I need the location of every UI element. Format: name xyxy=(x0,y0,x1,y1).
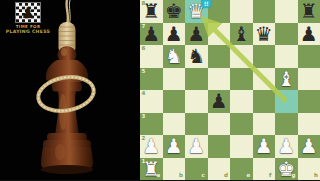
square-e4[interactable] xyxy=(230,90,253,113)
square-e7[interactable]: ♝ xyxy=(230,23,253,46)
square-h6[interactable] xyxy=(298,45,320,68)
piece-white-bishop-g5[interactable]: ♝ xyxy=(275,68,298,91)
wooden-king-illustration xyxy=(0,0,140,180)
piece-white-rook-a1[interactable]: ♜ xyxy=(140,158,163,181)
square-b1[interactable] xyxy=(163,158,186,181)
square-b3[interactable] xyxy=(163,113,186,136)
square-e2[interactable] xyxy=(230,135,253,158)
square-b8[interactable]: ♚ xyxy=(163,0,186,23)
square-b6[interactable]: ♞ xyxy=(163,45,186,68)
square-f7[interactable]: ♛ xyxy=(253,23,276,46)
square-e1[interactable] xyxy=(230,158,253,181)
square-a7[interactable]: ♟ xyxy=(140,23,163,46)
square-d6[interactable] xyxy=(208,45,231,68)
square-f4[interactable] xyxy=(253,90,276,113)
square-d4[interactable]: ♟ xyxy=(208,90,231,113)
square-a8[interactable]: ♜ xyxy=(140,0,163,23)
square-g2[interactable]: ♟ xyxy=(275,135,298,158)
square-c5[interactable] xyxy=(185,68,208,91)
square-d3[interactable] xyxy=(208,113,231,136)
piece-white-pawn-c2[interactable]: ♟ xyxy=(185,135,208,158)
piece-black-pawn-b7[interactable]: ♟ xyxy=(163,23,186,46)
piece-black-bishop-e7[interactable]: ♝ xyxy=(230,23,253,46)
square-h5[interactable] xyxy=(298,68,320,91)
piece-black-rook-h8[interactable]: ♜ xyxy=(298,0,320,23)
chess-board: ♜♚♛♜♟♟♟♝♛♟♞♞♝♟♟♟♟♟♟♟♜♚ !! 87654321abcdef… xyxy=(140,0,320,180)
piece-black-pawn-d4[interactable]: ♟ xyxy=(208,90,231,113)
square-a3[interactable] xyxy=(140,113,163,136)
square-h1[interactable] xyxy=(298,158,320,181)
piece-black-rook-a8[interactable]: ♜ xyxy=(140,0,163,23)
piece-white-pawn-b2[interactable]: ♟ xyxy=(163,135,186,158)
piece-white-king-g1[interactable]: ♚ xyxy=(275,158,298,181)
piece-white-pawn-a2[interactable]: ♟ xyxy=(140,135,163,158)
piece-black-pawn-h7[interactable]: ♟ xyxy=(298,23,320,46)
square-a1[interactable]: ♜ xyxy=(140,158,163,181)
square-g3[interactable] xyxy=(275,113,298,136)
square-h7[interactable]: ♟ xyxy=(298,23,320,46)
square-f1[interactable] xyxy=(253,158,276,181)
piece-black-pawn-c7[interactable]: ♟ xyxy=(185,23,208,46)
square-b2[interactable]: ♟ xyxy=(163,135,186,158)
square-f3[interactable] xyxy=(253,113,276,136)
square-g8[interactable] xyxy=(275,0,298,23)
square-d5[interactable] xyxy=(208,68,231,91)
square-b5[interactable] xyxy=(163,68,186,91)
square-g7[interactable] xyxy=(275,23,298,46)
square-f2[interactable]: ♟ xyxy=(253,135,276,158)
square-a2[interactable]: ♟ xyxy=(140,135,163,158)
square-e8[interactable] xyxy=(230,0,253,23)
square-f6[interactable] xyxy=(253,45,276,68)
square-a5[interactable] xyxy=(140,68,163,91)
square-d1[interactable] xyxy=(208,158,231,181)
brilliant-move-badge: !! xyxy=(201,0,211,8)
square-c1[interactable] xyxy=(185,158,208,181)
square-f8[interactable] xyxy=(253,0,276,23)
piece-black-queen-f7[interactable]: ♛ xyxy=(253,23,276,46)
square-d7[interactable] xyxy=(208,23,231,46)
square-h8[interactable]: ♜ xyxy=(298,0,320,23)
hangman-art-panel: ♟ TIME FOR PLAYING CHESS xyxy=(0,0,140,180)
piece-black-king-b8[interactable]: ♚ xyxy=(163,0,186,23)
square-e3[interactable] xyxy=(230,113,253,136)
square-b4[interactable] xyxy=(163,90,186,113)
piece-white-knight-b6[interactable]: ♞ xyxy=(163,45,186,68)
square-a4[interactable] xyxy=(140,90,163,113)
square-c7[interactable]: ♟ xyxy=(185,23,208,46)
piece-black-pawn-a7[interactable]: ♟ xyxy=(140,23,163,46)
square-g4[interactable] xyxy=(275,90,298,113)
square-h2[interactable]: ♟ xyxy=(298,135,320,158)
video-thumbnail: ♟ TIME FOR PLAYING CHESS xyxy=(0,0,320,180)
square-g1[interactable]: ♚ xyxy=(275,158,298,181)
piece-black-knight-c6[interactable]: ♞ xyxy=(185,45,208,68)
square-e6[interactable] xyxy=(230,45,253,68)
square-g5[interactable]: ♝ xyxy=(275,68,298,91)
square-g6[interactable] xyxy=(275,45,298,68)
piece-white-pawn-h2[interactable]: ♟ xyxy=(298,135,320,158)
square-d2[interactable] xyxy=(208,135,231,158)
square-c4[interactable] xyxy=(185,90,208,113)
square-e5[interactable] xyxy=(230,68,253,91)
square-c6[interactable]: ♞ xyxy=(185,45,208,68)
square-a6[interactable] xyxy=(140,45,163,68)
square-h4[interactable] xyxy=(298,90,320,113)
square-c2[interactable]: ♟ xyxy=(185,135,208,158)
square-b7[interactable]: ♟ xyxy=(163,23,186,46)
piece-white-pawn-g2[interactable]: ♟ xyxy=(275,135,298,158)
square-h3[interactable] xyxy=(298,113,320,136)
square-f5[interactable] xyxy=(253,68,276,91)
piece-white-pawn-f2[interactable]: ♟ xyxy=(253,135,276,158)
square-c3[interactable] xyxy=(185,113,208,136)
